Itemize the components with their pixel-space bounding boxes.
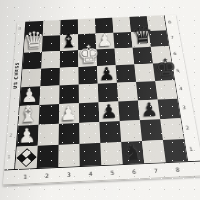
black-knight: ♞	[122, 141, 145, 164]
square-g1	[142, 140, 166, 163]
black-queen: ♛	[131, 24, 150, 48]
square-b5	[40, 68, 59, 87]
square-c6	[60, 50, 79, 68]
white-pawn: ♟	[58, 104, 79, 124]
square-f1: ♞	[121, 141, 144, 164]
left-rank-label-7: 7	[17, 43, 20, 47]
square-f3	[118, 101, 140, 122]
black-pawn: ♟	[139, 100, 160, 120]
square-g5	[134, 64, 155, 82]
board-grid: ♛♝♟♛♚♟♚♟♝♟♟♟♟♞	[14, 15, 188, 169]
white-bishop: ♝	[18, 102, 39, 125]
square-h1	[163, 139, 187, 162]
square-d1	[79, 143, 101, 166]
square-c3: ♟	[59, 103, 79, 124]
square-d3	[79, 102, 100, 123]
white-king: ♚	[77, 42, 97, 67]
rank-label-3: 3	[182, 105, 186, 110]
rank-label-1: 1	[189, 147, 194, 152]
square-g4	[136, 81, 158, 100]
rank-label-2: 2	[185, 125, 189, 130]
square-f8	[112, 17, 131, 33]
square-b4	[40, 85, 60, 105]
square-b3	[39, 104, 60, 125]
board-photo: US CHESS 8721 ♛♝♟♛♚♟♚♟♝♟♟♟♟♞ 87654321 12…	[0, 0, 200, 200]
square-g2	[140, 119, 163, 141]
left-rank-label-8: 8	[18, 27, 21, 30]
square-c1	[58, 144, 80, 167]
rank-label-6: 6	[173, 52, 177, 56]
square-f7	[113, 32, 132, 49]
black-pawn: ♟	[99, 102, 120, 122]
board-tilt-wrapper: US CHESS 8721 ♛♝♟♛♚♟♚♟♝♟♟♟♟♞ 87654321 12…	[0, 0, 200, 185]
square-g6	[133, 47, 153, 64]
square-b2	[38, 124, 59, 146]
square-h4	[155, 80, 177, 99]
file-label-3: 3	[58, 171, 80, 178]
file-labels: 12345678	[14, 166, 189, 180]
rank-label-4: 4	[179, 86, 183, 91]
file-label-7: 7	[145, 167, 167, 174]
square-d2	[79, 122, 100, 144]
square-h3	[158, 99, 181, 120]
bottom-right-corner	[187, 161, 200, 176]
left-rank-label-2: 2	[9, 133, 13, 138]
white-pawn: ♟	[16, 126, 37, 147]
white-queen: ♛	[23, 29, 42, 53]
square-e2	[99, 121, 121, 143]
file-label-6: 6	[123, 168, 145, 175]
square-h5: ♚	[153, 63, 174, 81]
chess-board: US CHESS 8721 ♛♝♟♛♚♟♚♟♝♟♟♟♟♞ 87654321 12…	[3, 15, 200, 186]
square-d8	[78, 18, 96, 34]
square-g3: ♟	[138, 100, 160, 121]
file-label-2: 2	[36, 172, 58, 179]
file-label-8: 8	[166, 166, 189, 173]
file-label-5: 5	[101, 169, 123, 176]
square-b6	[41, 51, 60, 69]
square-f5	[116, 64, 136, 82]
square-c7: ♝	[60, 34, 78, 51]
square-h2	[160, 118, 184, 140]
square-c4	[59, 85, 79, 105]
black-king: ♚	[154, 56, 175, 81]
square-b8	[43, 20, 61, 36]
rank-label-5: 5	[176, 69, 180, 73]
board-middle: US CHESS 8721 ♛♝♟♛♚♟♚♟♝♟♟♟♟♞ 87654321	[4, 15, 200, 170]
square-a1	[15, 146, 38, 169]
file-label-4: 4	[80, 170, 102, 177]
square-e4	[98, 83, 118, 102]
square-a3: ♝	[18, 105, 39, 126]
square-e5: ♟	[97, 65, 117, 83]
us-chess-logo	[16, 148, 36, 167]
rank-label-8: 8	[168, 20, 172, 24]
left-rank-label-1: 1	[7, 155, 11, 160]
square-g7: ♛	[131, 31, 151, 48]
square-f4	[117, 82, 138, 101]
square-b1	[37, 145, 59, 168]
black-pawn: ♟	[97, 65, 117, 84]
bottom-left-corner	[3, 170, 15, 185]
square-a6	[23, 52, 42, 70]
square-e3: ♟	[99, 101, 120, 122]
square-f6	[114, 48, 134, 65]
file-label-1: 1	[14, 173, 36, 180]
square-a7: ♛	[24, 36, 43, 53]
square-d5	[78, 66, 97, 84]
square-d6: ♚	[78, 49, 97, 67]
square-c2	[59, 123, 80, 145]
square-e1	[100, 142, 122, 165]
rank-label-7: 7	[170, 36, 174, 40]
square-a2: ♟	[17, 125, 39, 147]
square-c5	[60, 67, 79, 86]
black-bishop: ♝	[59, 30, 78, 51]
square-d4	[79, 84, 99, 104]
